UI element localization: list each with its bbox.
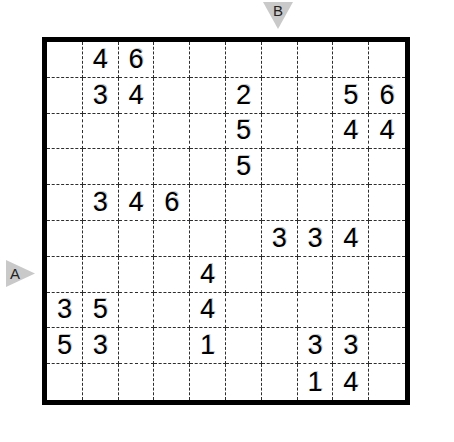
cell-r3c6: 5: [226, 114, 262, 150]
cell-r3c3[interactable]: [119, 114, 155, 150]
cell-r10c9: 4: [333, 364, 369, 400]
cell-r6c1[interactable]: [47, 221, 83, 257]
cell-r3c10: 4: [369, 114, 405, 150]
cell-r1c8[interactable]: [298, 42, 334, 78]
cell-r4c9[interactable]: [333, 149, 369, 185]
cell-r2c1[interactable]: [47, 78, 83, 114]
cell-r9c1: 5: [47, 328, 83, 364]
cell-r4c2[interactable]: [83, 149, 119, 185]
cell-r5c4: 6: [154, 185, 190, 221]
cell-r5c1[interactable]: [47, 185, 83, 221]
cell-r8c6[interactable]: [226, 293, 262, 329]
cell-r10c6[interactable]: [226, 364, 262, 400]
cell-r4c3[interactable]: [119, 149, 155, 185]
cell-r9c4[interactable]: [154, 328, 190, 364]
cell-r5c10[interactable]: [369, 185, 405, 221]
cell-r1c6[interactable]: [226, 42, 262, 78]
cell-r7c2[interactable]: [83, 257, 119, 293]
cell-r3c7[interactable]: [262, 114, 298, 150]
cell-r1c1[interactable]: [47, 42, 83, 78]
cell-r8c7[interactable]: [262, 293, 298, 329]
cell-r2c5[interactable]: [190, 78, 226, 114]
cell-r6c3[interactable]: [119, 221, 155, 257]
cell-r3c2[interactable]: [83, 114, 119, 150]
cell-r7c6[interactable]: [226, 257, 262, 293]
cell-r10c5[interactable]: [190, 364, 226, 400]
cell-r9c6[interactable]: [226, 328, 262, 364]
cell-r7c8[interactable]: [298, 257, 334, 293]
cell-r8c3[interactable]: [119, 293, 155, 329]
cell-r9c2: 3: [83, 328, 119, 364]
cell-r10c1[interactable]: [47, 364, 83, 400]
cell-r6c7: 3: [262, 221, 298, 257]
cell-r1c10[interactable]: [369, 42, 405, 78]
cell-r5c3: 4: [119, 185, 155, 221]
cell-r10c4[interactable]: [154, 364, 190, 400]
cell-r4c5[interactable]: [190, 149, 226, 185]
cell-r8c2: 5: [83, 293, 119, 329]
puzzle-diagram: B A 4634256544534633443545313314: [0, 0, 454, 442]
cell-r6c5[interactable]: [190, 221, 226, 257]
cell-r10c7[interactable]: [262, 364, 298, 400]
cell-r10c3[interactable]: [119, 364, 155, 400]
cell-r7c3[interactable]: [119, 257, 155, 293]
cell-r7c5: 4: [190, 257, 226, 293]
marker-b-label: B: [273, 2, 283, 19]
cell-r5c5[interactable]: [190, 185, 226, 221]
column-marker-b: B: [263, 2, 293, 29]
cell-r4c1[interactable]: [47, 149, 83, 185]
cell-r9c5: 1: [190, 328, 226, 364]
cell-r4c6: 5: [226, 149, 262, 185]
cell-r1c5[interactable]: [190, 42, 226, 78]
cell-r5c8[interactable]: [298, 185, 334, 221]
cell-r7c4[interactable]: [154, 257, 190, 293]
cell-r6c9: 4: [333, 221, 369, 257]
marker-a-label: A: [10, 265, 20, 282]
cell-r2c6: 2: [226, 78, 262, 114]
cell-r5c2: 3: [83, 185, 119, 221]
cell-r3c4[interactable]: [154, 114, 190, 150]
cell-r9c3[interactable]: [119, 328, 155, 364]
cell-r7c10[interactable]: [369, 257, 405, 293]
row-marker-a: A: [6, 260, 35, 287]
cell-r3c5[interactable]: [190, 114, 226, 150]
cell-r7c9[interactable]: [333, 257, 369, 293]
cell-r9c8: 3: [298, 328, 334, 364]
cell-r8c9[interactable]: [333, 293, 369, 329]
cell-r5c6[interactable]: [226, 185, 262, 221]
cell-r5c9[interactable]: [333, 185, 369, 221]
cell-r6c4[interactable]: [154, 221, 190, 257]
cell-r8c5: 4: [190, 293, 226, 329]
cell-r6c6[interactable]: [226, 221, 262, 257]
cell-r2c4[interactable]: [154, 78, 190, 114]
cell-r10c8: 1: [298, 364, 334, 400]
cell-r6c2[interactable]: [83, 221, 119, 257]
cell-r6c10[interactable]: [369, 221, 405, 257]
cell-r2c2: 3: [83, 78, 119, 114]
cell-r10c2[interactable]: [83, 364, 119, 400]
cell-r1c7[interactable]: [262, 42, 298, 78]
cell-r2c7[interactable]: [262, 78, 298, 114]
cell-r2c10: 6: [369, 78, 405, 114]
cell-r6c8: 3: [298, 221, 334, 257]
cell-r2c8[interactable]: [298, 78, 334, 114]
cell-r10c10[interactable]: [369, 364, 405, 400]
cell-r3c1[interactable]: [47, 114, 83, 150]
cell-r7c7[interactable]: [262, 257, 298, 293]
cell-r1c3: 6: [119, 42, 155, 78]
cell-r4c8[interactable]: [298, 149, 334, 185]
cell-r3c8[interactable]: [298, 114, 334, 150]
cell-r9c7[interactable]: [262, 328, 298, 364]
cell-r1c9[interactable]: [333, 42, 369, 78]
cell-r1c4[interactable]: [154, 42, 190, 78]
cell-r9c9: 3: [333, 328, 369, 364]
cell-r7c1[interactable]: [47, 257, 83, 293]
cell-r3c9: 4: [333, 114, 369, 150]
cell-r5c7[interactable]: [262, 185, 298, 221]
cell-r8c8[interactable]: [298, 293, 334, 329]
cell-r8c4[interactable]: [154, 293, 190, 329]
cell-r8c1: 3: [47, 293, 83, 329]
cell-r9c10[interactable]: [369, 328, 405, 364]
cell-r2c3: 4: [119, 78, 155, 114]
cell-r2c9: 5: [333, 78, 369, 114]
puzzle-board: 4634256544534633443545313314: [42, 37, 410, 405]
cell-r8c10[interactable]: [369, 293, 405, 329]
cell-r1c2: 4: [83, 42, 119, 78]
cell-r4c7[interactable]: [262, 149, 298, 185]
cell-r4c10[interactable]: [369, 149, 405, 185]
cell-r4c4[interactable]: [154, 149, 190, 185]
